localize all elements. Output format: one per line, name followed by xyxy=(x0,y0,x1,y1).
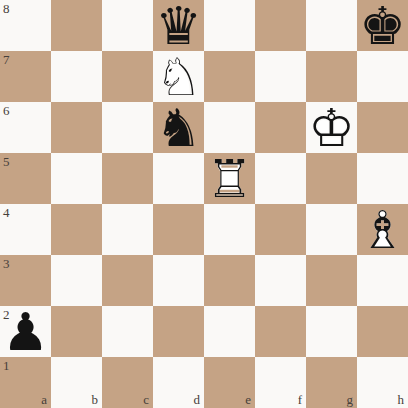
piece-black-queen[interactable]: ♛ xyxy=(153,0,204,51)
rank-label-1: 1 xyxy=(3,358,10,374)
square-h7[interactable] xyxy=(357,51,408,102)
square-f7[interactable] xyxy=(255,51,306,102)
square-e5[interactable]: ♜♖ xyxy=(204,153,255,204)
square-c4[interactable] xyxy=(102,204,153,255)
square-h8[interactable]: ♚ xyxy=(357,0,408,51)
square-c5[interactable] xyxy=(102,153,153,204)
square-c7[interactable] xyxy=(102,51,153,102)
square-a7[interactable]: 7 xyxy=(0,51,51,102)
square-h3[interactable] xyxy=(357,255,408,306)
square-g5[interactable] xyxy=(306,153,357,204)
square-g7[interactable] xyxy=(306,51,357,102)
square-f4[interactable] xyxy=(255,204,306,255)
square-e3[interactable] xyxy=(204,255,255,306)
square-b8[interactable] xyxy=(51,0,102,51)
black-king-glyph: ♚ xyxy=(357,0,408,51)
chess-board: 8♛♚7♞♘6♞♚♔5♜♖4♝♗32♟1abcdefgh xyxy=(0,0,408,408)
square-d3[interactable] xyxy=(153,255,204,306)
square-f8[interactable] xyxy=(255,0,306,51)
square-f6[interactable] xyxy=(255,102,306,153)
square-e6[interactable] xyxy=(204,102,255,153)
square-g3[interactable] xyxy=(306,255,357,306)
file-label-b: b xyxy=(92,392,99,408)
square-c1[interactable]: c xyxy=(102,357,153,408)
square-b3[interactable] xyxy=(51,255,102,306)
square-h5[interactable] xyxy=(357,153,408,204)
square-b7[interactable] xyxy=(51,51,102,102)
black-queen-glyph: ♛ xyxy=(153,0,204,51)
rank-label-5: 5 xyxy=(3,154,10,170)
square-d6[interactable]: ♞ xyxy=(153,102,204,153)
square-d1[interactable]: d xyxy=(153,357,204,408)
square-e2[interactable] xyxy=(204,306,255,357)
white-knight-outline-glyph: ♘ xyxy=(153,51,204,102)
square-a5[interactable]: 5 xyxy=(0,153,51,204)
white-rook-outline-glyph: ♖ xyxy=(204,153,255,204)
file-label-d: d xyxy=(194,392,201,408)
square-f2[interactable] xyxy=(255,306,306,357)
square-f3[interactable] xyxy=(255,255,306,306)
square-a4[interactable]: 4 xyxy=(0,204,51,255)
square-c6[interactable] xyxy=(102,102,153,153)
square-h2[interactable] xyxy=(357,306,408,357)
square-h6[interactable] xyxy=(357,102,408,153)
square-e4[interactable] xyxy=(204,204,255,255)
square-d7[interactable]: ♞♘ xyxy=(153,51,204,102)
black-knight-glyph: ♞ xyxy=(153,102,204,153)
square-f1[interactable]: f xyxy=(255,357,306,408)
file-label-a: a xyxy=(41,392,47,408)
piece-white-bishop[interactable]: ♝♗ xyxy=(357,204,408,255)
square-g6[interactable]: ♚♔ xyxy=(306,102,357,153)
square-d2[interactable] xyxy=(153,306,204,357)
rank-label-6: 6 xyxy=(3,103,10,119)
square-h4[interactable]: ♝♗ xyxy=(357,204,408,255)
square-h1[interactable]: h xyxy=(357,357,408,408)
square-f5[interactable] xyxy=(255,153,306,204)
white-bishop-outline-glyph: ♗ xyxy=(357,204,408,255)
file-label-c: c xyxy=(143,392,149,408)
square-e7[interactable] xyxy=(204,51,255,102)
piece-white-king[interactable]: ♚♔ xyxy=(306,102,357,153)
square-a6[interactable]: 6 xyxy=(0,102,51,153)
rank-label-7: 7 xyxy=(3,52,10,68)
square-g4[interactable] xyxy=(306,204,357,255)
rank-label-4: 4 xyxy=(3,205,10,221)
square-a2[interactable]: 2♟ xyxy=(0,306,51,357)
square-g2[interactable] xyxy=(306,306,357,357)
piece-black-pawn[interactable]: ♟ xyxy=(0,306,51,357)
square-b5[interactable] xyxy=(51,153,102,204)
rank-label-8: 8 xyxy=(3,1,10,17)
file-label-e: e xyxy=(245,392,251,408)
piece-black-knight[interactable]: ♞ xyxy=(153,102,204,153)
square-a3[interactable]: 3 xyxy=(0,255,51,306)
file-label-h: h xyxy=(398,392,405,408)
file-label-g: g xyxy=(347,392,354,408)
square-e1[interactable]: e xyxy=(204,357,255,408)
square-d4[interactable] xyxy=(153,204,204,255)
square-b6[interactable] xyxy=(51,102,102,153)
square-b2[interactable] xyxy=(51,306,102,357)
black-pawn-glyph: ♟ xyxy=(0,306,51,357)
white-king-outline-glyph: ♔ xyxy=(306,102,357,153)
square-c2[interactable] xyxy=(102,306,153,357)
square-c3[interactable] xyxy=(102,255,153,306)
piece-white-knight[interactable]: ♞♘ xyxy=(153,51,204,102)
square-a1[interactable]: 1a xyxy=(0,357,51,408)
piece-white-rook[interactable]: ♜♖ xyxy=(204,153,255,204)
square-d8[interactable]: ♛ xyxy=(153,0,204,51)
square-c8[interactable] xyxy=(102,0,153,51)
rank-label-3: 3 xyxy=(3,256,10,272)
square-b1[interactable]: b xyxy=(51,357,102,408)
square-b4[interactable] xyxy=(51,204,102,255)
square-d5[interactable] xyxy=(153,153,204,204)
file-label-f: f xyxy=(298,392,302,408)
square-a8[interactable]: 8 xyxy=(0,0,51,51)
piece-black-king[interactable]: ♚ xyxy=(357,0,408,51)
square-e8[interactable] xyxy=(204,0,255,51)
square-g8[interactable] xyxy=(306,0,357,51)
square-g1[interactable]: g xyxy=(306,357,357,408)
